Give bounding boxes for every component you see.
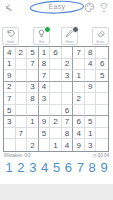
palette-icon [84, 2, 95, 13]
cell-r6c2[interactable] [16, 105, 28, 117]
cell-r7c7[interactable]: 6 [73, 116, 85, 128]
eraser-icon [93, 29, 108, 38]
cell-r6c8[interactable] [85, 105, 97, 117]
cell-r4c4[interactable]: 4 [39, 82, 51, 94]
numpad-4[interactable]: 4 [40, 159, 50, 176]
cell-r5c5[interactable] [50, 93, 62, 105]
cell-r4c5[interactable] [50, 82, 62, 94]
numpad-1[interactable]: 1 [4, 159, 14, 176]
cell-r3c4[interactable]: 7 [39, 70, 51, 82]
cell-r2c8[interactable]: 4 [85, 59, 97, 71]
cell-r2c1[interactable]: 1 [4, 59, 16, 71]
cell-r2c9[interactable]: 6 [96, 59, 108, 71]
cell-r8c2[interactable]: 7 [16, 128, 28, 140]
cell-r5c4[interactable]: 3 [39, 93, 51, 105]
cell-r5c8[interactable] [85, 93, 97, 105]
numpad-2[interactable]: 2 [16, 159, 26, 176]
cell-r4c9[interactable] [96, 82, 108, 94]
cell-r8c6[interactable]: 8 [62, 128, 74, 140]
cell-r3c6[interactable]: 3 [62, 70, 74, 82]
cell-r1c2[interactable]: 2 [16, 47, 28, 59]
cell-r9c2[interactable] [16, 139, 28, 151]
cell-r6c5[interactable] [50, 105, 62, 117]
notes-button[interactable]: Notes [61, 27, 78, 45]
cell-r4c2[interactable] [16, 82, 28, 94]
cell-r8c1[interactable] [4, 128, 16, 140]
notes-label: Notes [62, 40, 77, 44]
sudoku-grid: 4251678178246973152349783256319276575841… [3, 46, 109, 152]
cell-r6c3[interactable] [27, 105, 39, 117]
cell-r8c3[interactable] [27, 128, 39, 140]
cell-r1c4[interactable]: 1 [39, 47, 51, 59]
cell-r8c9[interactable] [96, 128, 108, 140]
cell-r9c3[interactable]: 2 [27, 139, 39, 151]
cell-r9c6[interactable]: 4 [62, 139, 74, 151]
cell-r5c7[interactable]: 2 [73, 93, 85, 105]
clock-icon: ◷ [93, 153, 97, 158]
cell-r5c9[interactable] [96, 93, 108, 105]
header: Easy [0, 0, 113, 16]
numpad-6[interactable]: 6 [63, 159, 73, 176]
cell-r2c6[interactable]: 2 [62, 59, 74, 71]
cell-r6c6[interactable]: 6 [62, 105, 74, 117]
cell-r2c3[interactable]: 7 [27, 59, 39, 71]
hint-label: Hint [34, 40, 49, 44]
cell-r2c7[interactable] [73, 59, 85, 71]
trophy-button[interactable] [99, 2, 109, 13]
undo-label: Undo [3, 40, 18, 44]
difficulty-title-wrap[interactable]: Easy [28, 0, 86, 15]
numpad-7[interactable]: 7 [75, 159, 85, 176]
sudoku-app: Easy [0, 0, 113, 200]
cell-r5c2[interactable] [16, 93, 28, 105]
cell-r4c8[interactable]: 9 [85, 82, 97, 94]
cell-r3c1[interactable]: 9 [4, 70, 16, 82]
cell-r1c1[interactable]: 4 [4, 47, 16, 59]
trophy-icon [99, 2, 109, 13]
cell-r3c7[interactable]: 1 [73, 70, 85, 82]
cell-r8c8[interactable]: 1 [85, 128, 97, 140]
theme-palette-button[interactable] [84, 2, 95, 13]
cell-r7c5[interactable]: 2 [50, 116, 62, 128]
cell-r4c3[interactable]: 3 [27, 82, 39, 94]
numpad-3[interactable]: 3 [28, 159, 38, 176]
cell-r7c9[interactable] [96, 116, 108, 128]
cell-r3c2[interactable] [16, 70, 28, 82]
cell-r7c4[interactable]: 9 [39, 116, 51, 128]
difficulty-label: Easy [28, 3, 86, 10]
cell-r9c5[interactable]: 1 [50, 139, 62, 151]
cell-r6c9[interactable] [96, 105, 108, 117]
cell-r4c6[interactable] [62, 82, 74, 94]
cell-r2c4[interactable]: 8 [39, 59, 51, 71]
number-pad: 123456789 [4, 159, 109, 176]
numpad-9[interactable]: 9 [99, 159, 109, 176]
cell-r1c5[interactable]: 6 [50, 47, 62, 59]
back-button[interactable] [3, 3, 13, 13]
cell-r1c7[interactable]: 7 [73, 47, 85, 59]
cell-r2c5[interactable] [50, 59, 62, 71]
cell-r5c6[interactable] [62, 93, 74, 105]
erase-label: Erase [93, 40, 108, 44]
numpad-8[interactable]: 8 [87, 159, 97, 176]
timer-value: 00:04 [98, 153, 109, 158]
cell-r5c1[interactable]: 7 [4, 93, 16, 105]
cell-r4c1[interactable]: 2 [4, 82, 16, 94]
cell-r6c4[interactable] [39, 105, 51, 117]
cell-r3c5[interactable] [50, 70, 62, 82]
cell-r7c6[interactable]: 7 [62, 116, 74, 128]
cell-r7c1[interactable]: 3 [4, 116, 16, 128]
cell-r8c5[interactable] [50, 128, 62, 140]
cell-r5c3[interactable]: 8 [27, 93, 39, 105]
cell-r4c7[interactable] [73, 82, 85, 94]
erase-button[interactable]: Erase [92, 27, 109, 45]
back-arrow-icon [3, 3, 13, 13]
numpad-5[interactable]: 5 [52, 159, 62, 176]
cell-r7c2[interactable] [16, 116, 28, 128]
cell-r3c9[interactable]: 5 [96, 70, 108, 82]
cell-r3c8[interactable] [85, 70, 97, 82]
bottom-ad-area [0, 184, 113, 200]
cell-r8c7[interactable]: 4 [73, 128, 85, 140]
cell-r1c6[interactable] [62, 47, 74, 59]
cell-r9c1[interactable] [4, 139, 16, 151]
cell-r3c3[interactable] [27, 70, 39, 82]
cell-r6c7[interactable] [73, 105, 85, 117]
toolbar: Undo Hint Notes [0, 27, 113, 45]
undo-button[interactable]: Undo [2, 27, 19, 45]
hint-available-badge [44, 26, 51, 33]
cell-r9c8[interactable]: 3 [85, 139, 97, 151]
hint-button[interactable]: Hint [33, 27, 50, 45]
cell-r2c2[interactable] [16, 59, 28, 71]
cell-r6c1[interactable]: 5 [4, 105, 16, 117]
timer: ◷00:04 [93, 153, 109, 158]
cell-r1c8[interactable]: 8 [85, 47, 97, 59]
undo-icon [3, 29, 18, 38]
cell-r7c3[interactable]: 1 [27, 116, 39, 128]
cell-r8c4[interactable]: 5 [39, 128, 51, 140]
notes-off-badge [72, 26, 79, 33]
cell-r9c7[interactable]: 9 [73, 139, 85, 151]
cell-r7c8[interactable]: 5 [85, 116, 97, 128]
cell-r9c4[interactable] [39, 139, 51, 151]
cell-r9c9[interactable] [96, 139, 108, 151]
mistakes-counter: Mistakes: 0/3 [4, 153, 31, 158]
cell-r1c3[interactable]: 5 [27, 47, 39, 59]
cell-r1c9[interactable] [96, 47, 108, 59]
